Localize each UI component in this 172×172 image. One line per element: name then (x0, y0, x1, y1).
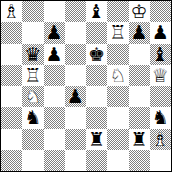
square-e2[interactable]: ♜ (86, 129, 107, 150)
piece-black-pawn[interactable]: ♟ (150, 22, 171, 43)
square-a3[interactable] (1, 107, 22, 128)
piece-glyph: ♞ (150, 107, 171, 128)
square-e8[interactable]: ♝ (86, 1, 107, 22)
piece-glyph: ♖ (107, 22, 128, 43)
square-f5[interactable]: ♞♘ (107, 65, 128, 86)
square-g8[interactable]: ♚♔ (129, 1, 150, 22)
square-a4[interactable] (1, 86, 22, 107)
piece-glyph: ♟ (65, 86, 86, 107)
piece-black-king[interactable]: ♚ (86, 44, 107, 65)
square-b7[interactable] (22, 22, 43, 43)
square-c2[interactable] (44, 129, 65, 150)
square-b3[interactable]: ♞ (22, 107, 43, 128)
piece-black-knight[interactable]: ♞ (150, 107, 171, 128)
piece-black-pawn[interactable]: ♟ (65, 86, 86, 107)
piece-glyph: ♕ (150, 65, 171, 86)
square-g4[interactable] (129, 86, 150, 107)
square-d8[interactable] (65, 1, 86, 22)
square-g3[interactable] (129, 107, 150, 128)
square-d5[interactable] (65, 65, 86, 86)
piece-glyph: ♛ (22, 44, 43, 65)
piece-black-bishop[interactable]: ♝ (86, 1, 107, 22)
square-h8[interactable] (150, 1, 171, 22)
square-e7[interactable] (86, 22, 107, 43)
square-d4[interactable]: ♟ (65, 86, 86, 107)
square-g7[interactable]: ♟ (129, 22, 150, 43)
square-a5[interactable] (1, 65, 22, 86)
square-d2[interactable] (65, 129, 86, 150)
square-b5[interactable]: ♜♖ (22, 65, 43, 86)
square-f1[interactable] (107, 150, 128, 171)
square-h6[interactable]: ♝ (150, 44, 171, 65)
square-c4[interactable] (44, 86, 65, 107)
piece-black-pawn[interactable]: ♟ (129, 22, 150, 43)
square-f3[interactable] (107, 107, 128, 128)
square-d3[interactable] (65, 107, 86, 128)
square-h4[interactable] (150, 86, 171, 107)
piece-glyph: ♘ (22, 86, 43, 107)
square-b6[interactable]: ♛ (22, 44, 43, 65)
square-f7[interactable]: ♜♖ (107, 22, 128, 43)
square-f8[interactable] (107, 1, 128, 22)
square-b1[interactable] (22, 150, 43, 171)
piece-glyph: ♖ (22, 65, 43, 86)
square-c5[interactable] (44, 65, 65, 86)
square-e1[interactable] (86, 150, 107, 171)
square-e3[interactable] (86, 107, 107, 128)
square-b8[interactable] (22, 1, 43, 22)
square-f2[interactable] (107, 129, 128, 150)
piece-glyph: ♟ (129, 22, 150, 43)
square-c8[interactable] (44, 1, 65, 22)
square-e6[interactable]: ♚ (86, 44, 107, 65)
piece-glyph: ♗ (150, 129, 171, 150)
piece-black-knight[interactable]: ♞ (22, 107, 43, 128)
square-g6[interactable] (129, 44, 150, 65)
piece-glyph: ♟ (44, 44, 65, 65)
square-a7[interactable] (1, 22, 22, 43)
piece-glyph: ♘ (107, 65, 128, 86)
square-f4[interactable] (107, 86, 128, 107)
square-g5[interactable] (129, 65, 150, 86)
piece-glyph: ♗ (1, 1, 22, 22)
piece-glyph: ♞ (22, 107, 43, 128)
piece-white-bishop[interactable]: ♝♗ (1, 1, 22, 22)
square-h3[interactable]: ♞ (150, 107, 171, 128)
square-b2[interactable] (22, 129, 43, 150)
chess-board: ♝♗♝♚♔♟♜♖♟♟♛♟♚♝♜♖♞♘♛♕♞♘♟♞♞♜♜♝♗ (0, 0, 172, 172)
piece-white-knight[interactable]: ♞♘ (107, 65, 128, 86)
square-c3[interactable] (44, 107, 65, 128)
piece-glyph: ♟ (150, 22, 171, 43)
piece-black-bishop[interactable]: ♝ (150, 44, 171, 65)
piece-white-rook[interactable]: ♜♖ (22, 65, 43, 86)
piece-white-knight[interactable]: ♞♘ (22, 86, 43, 107)
square-g2[interactable]: ♜ (129, 129, 150, 150)
square-h7[interactable]: ♟ (150, 22, 171, 43)
square-h1[interactable] (150, 150, 171, 171)
square-e4[interactable] (86, 86, 107, 107)
piece-black-pawn[interactable]: ♟ (44, 44, 65, 65)
square-d7[interactable] (65, 22, 86, 43)
square-g1[interactable] (129, 150, 150, 171)
piece-glyph: ♜ (129, 129, 150, 150)
square-c7[interactable]: ♟ (44, 22, 65, 43)
square-a8[interactable]: ♝♗ (1, 1, 22, 22)
square-f6[interactable] (107, 44, 128, 65)
square-a2[interactable] (1, 129, 22, 150)
piece-glyph: ♚ (86, 44, 107, 65)
piece-black-queen[interactable]: ♛ (22, 44, 43, 65)
square-d6[interactable] (65, 44, 86, 65)
square-d1[interactable] (65, 150, 86, 171)
piece-black-rook[interactable]: ♜ (86, 129, 107, 150)
piece-black-pawn[interactable]: ♟ (44, 22, 65, 43)
piece-glyph: ♜ (86, 129, 107, 150)
square-b4[interactable]: ♞♘ (22, 86, 43, 107)
square-h2[interactable]: ♝♗ (150, 129, 171, 150)
square-a6[interactable] (1, 44, 22, 65)
piece-white-king[interactable]: ♚♔ (129, 1, 150, 22)
piece-white-bishop[interactable]: ♝♗ (150, 129, 171, 150)
piece-glyph: ♝ (150, 44, 171, 65)
piece-white-queen[interactable]: ♛♕ (150, 65, 171, 86)
piece-white-rook[interactable]: ♜♖ (107, 22, 128, 43)
square-c6[interactable]: ♟ (44, 44, 65, 65)
piece-glyph: ♔ (129, 1, 150, 22)
square-h5[interactable]: ♛♕ (150, 65, 171, 86)
piece-glyph: ♟ (44, 22, 65, 43)
square-c1[interactable] (44, 150, 65, 171)
square-a1[interactable] (1, 150, 22, 171)
square-e5[interactable] (86, 65, 107, 86)
piece-glyph: ♝ (86, 1, 107, 22)
piece-black-rook[interactable]: ♜ (129, 129, 150, 150)
